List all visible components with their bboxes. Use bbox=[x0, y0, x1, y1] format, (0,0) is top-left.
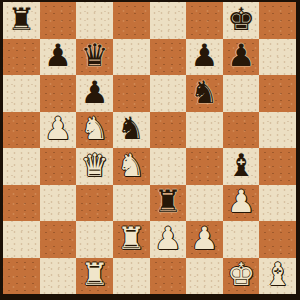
square-c7[interactable]: ♛ bbox=[76, 39, 113, 76]
black-knight[interactable]: ♞ bbox=[117, 113, 145, 144]
black-knight[interactable]: ♞ bbox=[191, 77, 219, 108]
black-pawn[interactable]: ♟ bbox=[44, 40, 72, 71]
square-f3[interactable] bbox=[186, 185, 223, 222]
square-a3[interactable] bbox=[3, 185, 40, 222]
square-b5[interactable]: ♟ bbox=[40, 112, 77, 149]
square-c2[interactable] bbox=[76, 221, 113, 258]
square-f8[interactable] bbox=[186, 2, 223, 39]
black-rook[interactable]: ♜ bbox=[7, 4, 35, 35]
chess-board: ♜♚♟♛♟♟♟♞♟♞♞♛♞♝♜♟♜♟♟♜♚♝ bbox=[0, 0, 300, 300]
white-rook[interactable]: ♜ bbox=[81, 259, 109, 290]
square-f2[interactable]: ♟ bbox=[186, 221, 223, 258]
square-g2[interactable] bbox=[223, 221, 260, 258]
white-pawn[interactable]: ♟ bbox=[191, 223, 219, 254]
black-pawn[interactable]: ♟ bbox=[81, 77, 109, 108]
white-knight[interactable]: ♞ bbox=[117, 150, 145, 181]
white-pawn[interactable]: ♟ bbox=[44, 113, 72, 144]
white-pawn[interactable]: ♟ bbox=[154, 223, 182, 254]
black-pawn[interactable]: ♟ bbox=[227, 40, 255, 71]
square-g3[interactable]: ♟ bbox=[223, 185, 260, 222]
square-h8[interactable] bbox=[259, 2, 296, 39]
square-f1[interactable] bbox=[186, 258, 223, 295]
square-d8[interactable] bbox=[113, 2, 150, 39]
square-g7[interactable]: ♟ bbox=[223, 39, 260, 76]
square-g1[interactable]: ♚ bbox=[223, 258, 260, 295]
square-e7[interactable] bbox=[150, 39, 187, 76]
square-b2[interactable] bbox=[40, 221, 77, 258]
square-e8[interactable] bbox=[150, 2, 187, 39]
square-c6[interactable]: ♟ bbox=[76, 75, 113, 112]
black-pawn[interactable]: ♟ bbox=[191, 40, 219, 71]
square-a6[interactable] bbox=[3, 75, 40, 112]
square-d1[interactable] bbox=[113, 258, 150, 295]
square-d5[interactable]: ♞ bbox=[113, 112, 150, 149]
black-bishop[interactable]: ♝ bbox=[227, 150, 255, 181]
square-c5[interactable]: ♞ bbox=[76, 112, 113, 149]
black-king[interactable]: ♚ bbox=[227, 4, 255, 35]
square-h3[interactable] bbox=[259, 185, 296, 222]
square-b8[interactable] bbox=[40, 2, 77, 39]
white-king[interactable]: ♚ bbox=[227, 259, 255, 290]
square-a1[interactable] bbox=[3, 258, 40, 295]
square-h6[interactable] bbox=[259, 75, 296, 112]
square-b6[interactable] bbox=[40, 75, 77, 112]
square-e5[interactable] bbox=[150, 112, 187, 149]
square-d7[interactable] bbox=[113, 39, 150, 76]
square-c8[interactable] bbox=[76, 2, 113, 39]
square-d2[interactable]: ♜ bbox=[113, 221, 150, 258]
square-b7[interactable]: ♟ bbox=[40, 39, 77, 76]
square-a7[interactable] bbox=[3, 39, 40, 76]
square-e2[interactable]: ♟ bbox=[150, 221, 187, 258]
square-a4[interactable] bbox=[3, 148, 40, 185]
square-h4[interactable] bbox=[259, 148, 296, 185]
square-c3[interactable] bbox=[76, 185, 113, 222]
square-h1[interactable]: ♝ bbox=[259, 258, 296, 295]
square-g8[interactable]: ♚ bbox=[223, 2, 260, 39]
square-f7[interactable]: ♟ bbox=[186, 39, 223, 76]
square-e3[interactable]: ♜ bbox=[150, 185, 187, 222]
square-b4[interactable] bbox=[40, 148, 77, 185]
square-g5[interactable] bbox=[223, 112, 260, 149]
square-d3[interactable] bbox=[113, 185, 150, 222]
square-a2[interactable] bbox=[3, 221, 40, 258]
square-e6[interactable] bbox=[150, 75, 187, 112]
square-d4[interactable]: ♞ bbox=[113, 148, 150, 185]
square-h7[interactable] bbox=[259, 39, 296, 76]
square-g6[interactable] bbox=[223, 75, 260, 112]
square-e4[interactable] bbox=[150, 148, 187, 185]
white-knight[interactable]: ♞ bbox=[81, 113, 109, 144]
white-pawn[interactable]: ♟ bbox=[227, 186, 255, 217]
square-d6[interactable] bbox=[113, 75, 150, 112]
square-f5[interactable] bbox=[186, 112, 223, 149]
square-c4[interactable]: ♛ bbox=[76, 148, 113, 185]
square-e1[interactable] bbox=[150, 258, 187, 295]
square-b3[interactable] bbox=[40, 185, 77, 222]
square-h2[interactable] bbox=[259, 221, 296, 258]
square-a8[interactable]: ♜ bbox=[3, 2, 40, 39]
square-g4[interactable]: ♝ bbox=[223, 148, 260, 185]
chess-diagram: ♜♚♟♛♟♟♟♞♟♞♞♛♞♝♜♟♜♟♟♜♚♝ bbox=[0, 0, 300, 300]
square-f6[interactable]: ♞ bbox=[186, 75, 223, 112]
square-b1[interactable] bbox=[40, 258, 77, 295]
black-queen[interactable]: ♛ bbox=[81, 40, 109, 71]
square-a5[interactable] bbox=[3, 112, 40, 149]
square-h5[interactable] bbox=[259, 112, 296, 149]
white-rook[interactable]: ♜ bbox=[117, 223, 145, 254]
white-bishop[interactable]: ♝ bbox=[264, 259, 292, 290]
black-rook[interactable]: ♜ bbox=[154, 186, 182, 217]
square-c1[interactable]: ♜ bbox=[76, 258, 113, 295]
white-queen[interactable]: ♛ bbox=[81, 150, 109, 181]
square-f4[interactable] bbox=[186, 148, 223, 185]
